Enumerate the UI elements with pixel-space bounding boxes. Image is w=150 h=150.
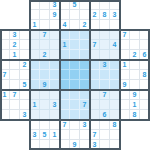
sudoku-cell-r2-c8[interactable] bbox=[70, 10, 80, 20]
sudoku-cell-r4-c11[interactable] bbox=[100, 30, 110, 40]
sudoku-cell-grid: 3592831423772174122623178599177913713687… bbox=[0, 0, 150, 150]
sudoku-cell-r2-c10[interactable]: 2 bbox=[90, 10, 100, 20]
sudoku-cell-r11-c2[interactable] bbox=[10, 100, 20, 110]
sudoku-cell-r5-c2[interactable]: 2 bbox=[10, 40, 20, 50]
sudoku-cell-r13-c10[interactable] bbox=[90, 120, 100, 130]
off-board-corner bbox=[140, 0, 150, 10]
off-board-corner bbox=[120, 140, 130, 150]
sudoku-cell-r7-c14[interactable] bbox=[130, 60, 140, 70]
sudoku-cell-r13-c4[interactable] bbox=[30, 120, 40, 130]
sudoku-cell-r8-c13[interactable] bbox=[120, 70, 130, 80]
off-board-corner bbox=[10, 0, 20, 10]
thick-grid-line-vertical bbox=[29, 0, 31, 150]
sudoku-cell-r7-c10[interactable] bbox=[90, 60, 100, 70]
sudoku-cell-r11-c11[interactable] bbox=[100, 100, 110, 110]
thick-grid-line-horizontal bbox=[30, 148, 120, 150]
off-board-corner bbox=[140, 120, 150, 130]
sudoku-cell-r4-c8[interactable] bbox=[70, 30, 80, 40]
sudoku-cell-r5-c10[interactable]: 7 bbox=[90, 40, 100, 50]
sudoku-cell-r5-c13[interactable] bbox=[120, 40, 130, 50]
sudoku-cell-r4-c13[interactable]: 7 bbox=[120, 30, 130, 40]
off-board-corner bbox=[130, 10, 140, 20]
sudoku-cell-r10-c7[interactable] bbox=[60, 90, 70, 100]
sudoku-cell-r5-c5[interactable] bbox=[40, 40, 50, 50]
sudoku-cell-r5-c11[interactable] bbox=[100, 40, 110, 50]
sudoku-cell-r10-c14[interactable]: 9 bbox=[130, 90, 140, 100]
sudoku-cell-r8-c14[interactable] bbox=[130, 70, 140, 80]
off-board-corner bbox=[140, 10, 150, 20]
sudoku-cell-r11-c14[interactable]: 1 bbox=[130, 100, 140, 110]
thick-grid-line-horizontal bbox=[0, 29, 150, 31]
sudoku-cell-r10-c4[interactable] bbox=[30, 90, 40, 100]
sudoku-cell-r5-c14[interactable] bbox=[130, 40, 140, 50]
sudoku-cell-r11-c13[interactable] bbox=[120, 100, 130, 110]
sudoku-cell-r7-c13[interactable]: 1 bbox=[120, 60, 130, 70]
sudoku-cell-r2-c5[interactable] bbox=[40, 10, 50, 20]
off-board-corner bbox=[10, 120, 20, 130]
sudoku-cell-r14-c5[interactable]: 5 bbox=[40, 130, 50, 140]
sudoku-cell-r4-c2[interactable]: 3 bbox=[10, 30, 20, 40]
thick-grid-line-vertical bbox=[119, 0, 121, 150]
off-board-corner bbox=[10, 130, 20, 140]
off-board-corner bbox=[120, 0, 130, 10]
off-board-corner bbox=[130, 140, 140, 150]
sudoku-cell-r8-c4[interactable] bbox=[30, 70, 40, 80]
thick-grid-line-horizontal bbox=[0, 119, 150, 121]
off-board-corner bbox=[130, 130, 140, 140]
sudoku-cell-r8-c7[interactable] bbox=[60, 70, 70, 80]
off-board-corner bbox=[0, 120, 10, 130]
sudoku-cell-r2-c7[interactable] bbox=[60, 10, 70, 20]
sudoku-cell-r13-c8[interactable] bbox=[70, 120, 80, 130]
sudoku-cell-r11-c8[interactable] bbox=[70, 100, 80, 110]
off-board-corner bbox=[140, 130, 150, 140]
sudoku-cell-r7-c8[interactable] bbox=[70, 60, 80, 70]
sudoku-cell-r10-c10[interactable] bbox=[90, 90, 100, 100]
sudoku-cell-r8-c2[interactable] bbox=[10, 70, 20, 80]
sudoku-cell-r14-c11[interactable] bbox=[100, 130, 110, 140]
sudoku-cell-r10-c13[interactable] bbox=[120, 90, 130, 100]
thick-grid-line-horizontal bbox=[0, 59, 150, 61]
sudoku-cell-r4-c10[interactable] bbox=[90, 30, 100, 40]
sudoku-cell-r10-c8[interactable] bbox=[70, 90, 80, 100]
sudoku-cell-r14-c10[interactable]: 7 bbox=[90, 130, 100, 140]
sudoku-cell-r11-c10[interactable] bbox=[90, 100, 100, 110]
off-board-corner bbox=[130, 0, 140, 10]
off-board-corner bbox=[10, 140, 20, 150]
sudoku-cell-r11-c4[interactable]: 1 bbox=[30, 100, 40, 110]
off-board-corner bbox=[120, 10, 130, 20]
sudoku-cell-r13-c11[interactable] bbox=[100, 120, 110, 130]
flower-sudoku-board: 3592831423772174122623178599177913713687… bbox=[0, 0, 150, 150]
sudoku-cell-r14-c8[interactable] bbox=[70, 130, 80, 140]
thick-grid-line-vertical bbox=[0, 30, 2, 120]
off-board-corner bbox=[10, 10, 20, 20]
sudoku-cell-r7-c11[interactable]: 3 bbox=[100, 60, 110, 70]
sudoku-cell-r7-c2[interactable] bbox=[10, 60, 20, 70]
sudoku-cell-r14-c4[interactable]: 3 bbox=[30, 130, 40, 140]
thick-grid-line-vertical bbox=[59, 0, 61, 150]
sudoku-cell-r5-c4[interactable] bbox=[30, 40, 40, 50]
sudoku-cell-r4-c7[interactable] bbox=[60, 30, 70, 40]
off-board-corner bbox=[120, 130, 130, 140]
off-board-corner bbox=[0, 10, 10, 20]
sudoku-cell-r10-c5[interactable] bbox=[40, 90, 50, 100]
off-board-corner bbox=[0, 0, 10, 10]
sudoku-cell-r2-c11[interactable]: 8 bbox=[100, 10, 110, 20]
thick-grid-line-vertical bbox=[89, 0, 91, 150]
sudoku-cell-r8-c11[interactable] bbox=[100, 70, 110, 80]
sudoku-cell-r8-c5[interactable] bbox=[40, 70, 50, 80]
sudoku-cell-r13-c7[interactable]: 7 bbox=[60, 120, 70, 130]
off-board-corner bbox=[0, 130, 10, 140]
sudoku-cell-r4-c4[interactable] bbox=[30, 30, 40, 40]
sudoku-cell-r5-c8[interactable] bbox=[70, 40, 80, 50]
off-board-corner bbox=[120, 120, 130, 130]
sudoku-cell-r7-c5[interactable] bbox=[40, 60, 50, 70]
sudoku-cell-r7-c7[interactable] bbox=[60, 60, 70, 70]
sudoku-cell-r8-c8[interactable] bbox=[70, 70, 80, 80]
sudoku-cell-r10-c2[interactable]: 7 bbox=[10, 90, 20, 100]
off-board-corner bbox=[130, 120, 140, 130]
sudoku-cell-r8-c10[interactable] bbox=[90, 70, 100, 80]
off-board-corner bbox=[140, 140, 150, 150]
sudoku-cell-r7-c4[interactable] bbox=[30, 60, 40, 70]
sudoku-cell-r2-c4[interactable] bbox=[30, 10, 40, 20]
thick-grid-line-vertical bbox=[148, 30, 150, 120]
sudoku-cell-r10-c11[interactable]: 7 bbox=[100, 90, 110, 100]
thick-grid-line-horizontal bbox=[30, 0, 120, 2]
sudoku-cell-r4-c14[interactable] bbox=[130, 30, 140, 40]
sudoku-cell-r4-c5[interactable]: 7 bbox=[40, 30, 50, 40]
sudoku-cell-r14-c7[interactable] bbox=[60, 130, 70, 140]
thick-grid-line-horizontal bbox=[0, 89, 150, 91]
sudoku-cell-r5-c7[interactable]: 1 bbox=[60, 40, 70, 50]
sudoku-cell-r11-c5[interactable] bbox=[40, 100, 50, 110]
off-board-corner bbox=[0, 140, 10, 150]
sudoku-cell-r11-c7[interactable] bbox=[60, 100, 70, 110]
sudoku-cell-r13-c5[interactable] bbox=[40, 120, 50, 130]
